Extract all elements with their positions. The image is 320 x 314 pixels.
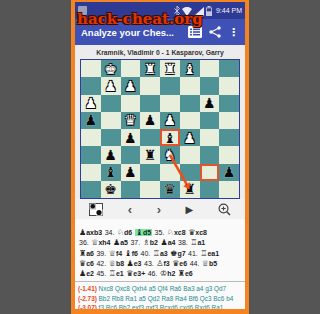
overflow-menu-button[interactable]: ⋮ bbox=[228, 27, 239, 38]
square-h5[interactable] bbox=[81, 129, 101, 146]
move-number: 42. bbox=[96, 260, 106, 267]
white-piece-p-d4: ♟ bbox=[164, 113, 177, 127]
black-piece-p-f5: ♟ bbox=[124, 131, 137, 145]
piece-figurine: ♘ bbox=[167, 228, 174, 237]
square-e3[interactable] bbox=[140, 95, 160, 112]
piece-figurine: ♘ bbox=[117, 228, 124, 237]
square-f3[interactable] bbox=[121, 95, 141, 112]
piece-figurine: ♜ bbox=[178, 269, 185, 278]
white-piece-r-d1: ♜ bbox=[164, 62, 177, 76]
square-g8[interactable]: ♚ bbox=[101, 181, 121, 198]
move-token[interactable]: ♛e3+ bbox=[126, 270, 145, 277]
piece-figurine: ♕ bbox=[91, 238, 98, 247]
square-h8[interactable] bbox=[81, 181, 101, 198]
engine-eval: (-1.41) bbox=[78, 285, 99, 292]
square-a2[interactable] bbox=[219, 77, 239, 94]
square-f4[interactable]: ♛ bbox=[121, 112, 141, 129]
signal-icon bbox=[194, 2, 204, 20]
black-piece-b-d5: ♝ bbox=[164, 131, 177, 145]
move-number: 38. bbox=[178, 239, 188, 246]
square-d1[interactable]: ♜ bbox=[160, 60, 180, 77]
square-f2[interactable]: ♟ bbox=[121, 77, 141, 94]
battery-icon bbox=[206, 2, 212, 20]
square-c5[interactable]: ♟ bbox=[180, 129, 200, 146]
move-number: 34. bbox=[105, 229, 115, 236]
square-a4[interactable] bbox=[219, 112, 239, 129]
move-token[interactable]: ♟axb3 bbox=[79, 229, 102, 236]
game-players-header: Kramnik, Vladimir 0 - 1 Kasparov, Garry bbox=[75, 45, 245, 59]
setup-board-button[interactable] bbox=[89, 203, 103, 216]
zoom-board-button[interactable] bbox=[218, 203, 231, 216]
engine-line[interactable]: (-3.07) f3 Rc6 Bb2 exf3 gxf3 Rcxd6 cxd6 … bbox=[78, 303, 242, 312]
piece-figurine: ♛ bbox=[79, 259, 86, 268]
move-line: ♛c642.♕b8♟e343.♙f3♛e644.♕b5 bbox=[79, 259, 241, 269]
square-a1[interactable] bbox=[219, 60, 239, 77]
move-number: 41. bbox=[188, 250, 198, 257]
white-piece-p-h3: ♟ bbox=[85, 96, 98, 110]
move-number: 36. bbox=[79, 239, 89, 246]
move-number: 45. bbox=[96, 270, 106, 277]
move-number: 39. bbox=[96, 250, 106, 257]
square-d4[interactable]: ♟ bbox=[160, 112, 180, 129]
chess-board: ♚♜♜♝♟♟♟♟♟♛♟♟♟♝♟♟♜♞♝♟♟♚♛♜ bbox=[81, 60, 239, 198]
phone-screen: 9:44 PM Analyze your Ches... ⋮ Kramnik, … bbox=[71, 0, 249, 314]
square-a8[interactable] bbox=[219, 181, 239, 198]
black-piece-p-e4: ♟ bbox=[144, 113, 157, 127]
play-button[interactable]: ▶ bbox=[186, 205, 194, 215]
piece-figurine: ♜ bbox=[79, 249, 86, 258]
move-number: 37. bbox=[130, 239, 140, 246]
move-token[interactable]: ♖ea1 bbox=[200, 250, 219, 257]
square-g4[interactable] bbox=[101, 112, 121, 129]
piece-figurine: ♛ bbox=[126, 269, 133, 278]
notification-icon bbox=[78, 6, 87, 15]
square-e2[interactable] bbox=[140, 77, 160, 94]
square-e1[interactable]: ♜ bbox=[140, 60, 160, 77]
board-container: ♚♜♜♝♟♟♟♟♟♛♟♟♟♝♟♟♜♞♝♟♟♚♛♜ bbox=[80, 59, 240, 199]
black-piece-p-h4: ♟ bbox=[85, 113, 98, 127]
white-piece-p-g2: ♟ bbox=[104, 79, 117, 93]
white-piece-n-d6: ♞ bbox=[164, 148, 177, 162]
engine-moves: f3 Rc6 Bb2 exf3 gxf3 Rcxd6 cxd6 Rxd6 Ra1 bbox=[99, 304, 224, 311]
square-b8[interactable] bbox=[200, 181, 220, 198]
square-h3[interactable]: ♟ bbox=[81, 95, 101, 112]
square-b4[interactable] bbox=[200, 112, 220, 129]
move-token[interactable]: ♟e3 bbox=[127, 260, 142, 267]
square-e4[interactable]: ♟ bbox=[140, 112, 160, 129]
square-e7[interactable] bbox=[140, 164, 160, 181]
engine-moves: Bb2 Rb8 Ra1 a5 Qd2 Ra8 Ra4 Bf6 Qc3 Bc6 b… bbox=[99, 295, 234, 302]
move-line: ♜a639.♕f4♝f640.♖a3♚g741.♖ea1 bbox=[79, 249, 241, 259]
move-token[interactable]: ♘d6 bbox=[117, 229, 132, 236]
move-number: 43. bbox=[144, 260, 154, 267]
move-line: 36.♕xh4♟a537.♗b2♟a438.♖a1 bbox=[79, 238, 241, 248]
move-token[interactable]: ♙f3 bbox=[156, 260, 169, 267]
move-number: 44. bbox=[190, 260, 200, 267]
square-g6[interactable]: ♟ bbox=[101, 146, 121, 163]
square-h6[interactable] bbox=[81, 146, 101, 163]
black-piece-q-d8: ♛ bbox=[164, 182, 177, 196]
next-move-button[interactable]: › bbox=[157, 203, 161, 216]
square-a6[interactable] bbox=[219, 146, 239, 163]
white-piece-p-c5: ♟ bbox=[183, 131, 196, 145]
wifi-icon bbox=[182, 2, 192, 20]
square-f7[interactable]: ♟ bbox=[121, 164, 141, 181]
square-f6[interactable] bbox=[121, 146, 141, 163]
square-f5[interactable]: ♟ bbox=[121, 129, 141, 146]
move-number: 46. bbox=[148, 270, 158, 277]
square-g2[interactable]: ♟ bbox=[101, 77, 121, 94]
move-token[interactable]: ♛c6 bbox=[79, 260, 94, 267]
square-h1[interactable] bbox=[81, 60, 101, 77]
board-toolbar: ‹ › ▶ bbox=[75, 199, 245, 219]
white-piece-q-f4: ♛ bbox=[124, 113, 137, 127]
engine-line[interactable]: (-2.73) Bb2 Rb8 Ra1 a5 Qd2 Ra8 Ra4 Bf6 Q… bbox=[78, 294, 242, 303]
move-token[interactable]: ♘xc8 bbox=[167, 229, 186, 236]
app-bar: Analyze your Ches... ⋮ bbox=[75, 19, 245, 45]
piece-figurine: ♝ bbox=[125, 249, 132, 258]
square-a3[interactable] bbox=[219, 95, 239, 112]
move-list: ♟axb334.♘d6♝d535.♘xc8♛xc836.♕xh4♟a537.♗b… bbox=[75, 219, 245, 281]
square-d5[interactable]: ♝ bbox=[160, 129, 180, 146]
engine-moves: Nxc8 Qxc8 Qxh4 a5 Qf4 Ra6 Ba3 a4 g3 Qd7 bbox=[99, 285, 227, 292]
move-line: ♟axb334.♘d6♝d535.♘xc8♛xc8 bbox=[79, 228, 241, 238]
square-d6[interactable]: ♞ bbox=[160, 146, 180, 163]
square-c2[interactable] bbox=[180, 77, 200, 94]
square-b1[interactable] bbox=[200, 60, 220, 77]
square-b3[interactable]: ♟ bbox=[200, 95, 220, 112]
move-token[interactable]: ♔h2 bbox=[160, 270, 175, 277]
previous-move-button[interactable]: ‹ bbox=[128, 203, 132, 216]
black-piece-k-g8: ♚ bbox=[104, 182, 117, 196]
bluetooth-icon bbox=[174, 2, 180, 20]
square-h4[interactable]: ♟ bbox=[81, 112, 101, 129]
engine-analysis: (-1.41) Nxc8 Qxc8 Qxh4 a5 Qf4 Ra6 Ba3 a4… bbox=[75, 281, 245, 314]
square-d7[interactable] bbox=[160, 164, 180, 181]
square-c8[interactable]: ♜ bbox=[180, 181, 200, 198]
piece-figurine: ♖ bbox=[153, 249, 160, 258]
move-token[interactable]: ♜a6 bbox=[79, 250, 94, 257]
piece-figurine: ♛ bbox=[188, 228, 195, 237]
move-token[interactable]: ♗b2 bbox=[143, 239, 158, 246]
piece-figurine: ♟ bbox=[127, 259, 134, 268]
piece-figurine: ♟ bbox=[113, 238, 120, 247]
piece-figurine: ♝ bbox=[136, 228, 143, 237]
black-piece-r-e6: ♜ bbox=[144, 148, 157, 162]
piece-figurine: ♔ bbox=[160, 269, 167, 278]
share-button[interactable] bbox=[209, 26, 221, 38]
move-token[interactable]: ♛e6 bbox=[172, 260, 187, 267]
move-token[interactable]: ♟e2 bbox=[79, 270, 94, 277]
square-b5[interactable] bbox=[200, 129, 220, 146]
square-b6[interactable] bbox=[200, 146, 220, 163]
square-g1[interactable]: ♚ bbox=[101, 60, 121, 77]
black-piece-b-g7: ♝ bbox=[104, 165, 117, 179]
square-e8[interactable] bbox=[140, 181, 160, 198]
app-title: Analyze your Ches... bbox=[81, 27, 181, 38]
piece-figurine: ♖ bbox=[109, 269, 116, 278]
square-h7[interactable] bbox=[81, 164, 101, 181]
square-d8[interactable]: ♛ bbox=[160, 181, 180, 198]
square-g5[interactable] bbox=[101, 129, 121, 146]
square-d3[interactable] bbox=[160, 95, 180, 112]
black-piece-p-f7: ♟ bbox=[124, 165, 137, 179]
square-a7[interactable]: ♟ bbox=[219, 164, 239, 181]
square-b2[interactable] bbox=[200, 77, 220, 94]
square-e6[interactable]: ♜ bbox=[140, 146, 160, 163]
piece-figurine: ♖ bbox=[200, 249, 207, 258]
piece-figurine: ♕ bbox=[202, 259, 209, 268]
square-c4[interactable] bbox=[180, 112, 200, 129]
engine-eval: (-3.07) bbox=[78, 304, 99, 311]
square-d2[interactable] bbox=[160, 77, 180, 94]
move-line: ♟e245.♖e1♛e3+46.♔h2♜e6 bbox=[79, 269, 241, 279]
piece-figurine: ♟ bbox=[161, 238, 168, 247]
black-piece-p-g6: ♟ bbox=[104, 148, 117, 162]
move-token[interactable]: ♖e1 bbox=[109, 270, 124, 277]
square-g7[interactable]: ♝ bbox=[101, 164, 121, 181]
move-token[interactable]: ♕xh4 bbox=[91, 239, 110, 246]
move-token[interactable]: ♟a4 bbox=[161, 239, 176, 246]
square-e5[interactable] bbox=[140, 129, 160, 146]
move-number: 40. bbox=[141, 250, 151, 257]
move-token[interactable]: ♖a3 bbox=[153, 250, 168, 257]
move-token[interactable]: ♕b8 bbox=[109, 260, 124, 267]
piece-figurine: ♖ bbox=[190, 238, 197, 247]
moves-list-button[interactable] bbox=[188, 26, 202, 38]
white-piece-b-c1: ♝ bbox=[183, 62, 196, 76]
black-piece-p-a7: ♟ bbox=[223, 165, 236, 179]
piece-figurine: ♗ bbox=[143, 238, 150, 247]
move-token[interactable]: ♜e6 bbox=[178, 270, 193, 277]
square-c6[interactable] bbox=[180, 146, 200, 163]
engine-line[interactable]: (-1.41) Nxc8 Qxc8 Qxh4 a5 Qf4 Ra6 Ba3 a4… bbox=[78, 284, 242, 293]
move-number: 35. bbox=[155, 229, 165, 236]
piece-figurine: ♟ bbox=[79, 269, 86, 278]
move-token[interactable]: ♛xc8 bbox=[188, 229, 207, 236]
square-c1[interactable]: ♝ bbox=[180, 60, 200, 77]
square-a5[interactable] bbox=[219, 129, 239, 146]
black-piece-r-c8: ♜ bbox=[183, 182, 196, 196]
move-token[interactable]: ♖a1 bbox=[190, 239, 205, 246]
status-bar: 9:44 PM bbox=[75, 2, 245, 19]
piece-figurine: ♛ bbox=[172, 259, 179, 268]
move-token[interactable]: ♕f4 bbox=[109, 250, 122, 257]
square-b7[interactable] bbox=[200, 164, 220, 181]
piece-figurine: ♟ bbox=[79, 228, 86, 237]
piece-figurine: ♕ bbox=[109, 259, 116, 268]
square-h2[interactable] bbox=[81, 77, 101, 94]
white-piece-k-g1: ♚ bbox=[104, 62, 117, 76]
square-c7[interactable] bbox=[180, 164, 200, 181]
piece-figurine: ♚ bbox=[170, 249, 177, 258]
piece-figurine: ♕ bbox=[109, 249, 116, 258]
square-f8[interactable] bbox=[121, 181, 141, 198]
engine-eval: (-2.73) bbox=[78, 295, 99, 302]
move-token[interactable]: ♚g7 bbox=[170, 250, 185, 257]
square-c3[interactable] bbox=[180, 95, 200, 112]
square-f1[interactable] bbox=[121, 60, 141, 77]
piece-figurine: ♙ bbox=[156, 259, 163, 268]
move-token[interactable]: ♕b5 bbox=[202, 260, 217, 267]
current-move[interactable]: ♝d5 bbox=[135, 229, 152, 236]
square-g3[interactable] bbox=[101, 95, 121, 112]
move-token[interactable]: ♟a5 bbox=[113, 239, 128, 246]
white-piece-p-f2: ♟ bbox=[124, 79, 137, 93]
black-piece-p-b3: ♟ bbox=[203, 96, 216, 110]
clock-text: 9:44 PM bbox=[216, 7, 242, 14]
white-piece-r-e1: ♜ bbox=[144, 62, 157, 76]
move-token[interactable]: ♝f6 bbox=[125, 250, 138, 257]
